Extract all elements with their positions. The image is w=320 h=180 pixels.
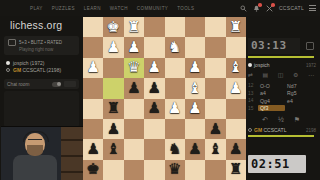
white-pawn: ♟ xyxy=(107,40,120,55)
notifications-bell-icon[interactable] xyxy=(253,4,261,12)
chat-messages-area[interactable] xyxy=(4,91,79,127)
opponent-time-bar xyxy=(248,56,314,58)
board-square[interactable] xyxy=(165,78,185,98)
board-square[interactable]: ♟ xyxy=(144,78,164,98)
white-pawn: ♟ xyxy=(168,101,181,116)
expand-icon[interactable] xyxy=(306,42,314,50)
board-square[interactable] xyxy=(144,139,164,159)
board-square[interactable]: ♟ xyxy=(144,58,164,78)
current-move[interactable]: Qf3 xyxy=(258,105,285,111)
black-queen: ♛ xyxy=(168,162,181,177)
board-square[interactable]: ♝ xyxy=(185,78,205,98)
nav-item-community[interactable]: COMMUNITY xyxy=(137,6,168,11)
game-clock-icon xyxy=(8,39,16,46)
white-pawn: ♟ xyxy=(188,60,201,75)
left-panel: lichess.org 5+3 • BLITZ • RATED Playing … xyxy=(0,16,83,180)
board-square[interactable]: ♜ xyxy=(226,160,246,180)
board-square[interactable]: ♟ xyxy=(185,99,205,119)
board-square[interactable]: ♟ xyxy=(83,139,103,159)
player-list: jospich (1972) GM CCSCATL (2198) xyxy=(6,59,79,73)
opponent-name: jospich xyxy=(254,62,270,68)
board-square[interactable] xyxy=(165,17,185,37)
resign-flag-icon[interactable]: ⚑ xyxy=(294,116,300,123)
black-move[interactable]: Rg5 xyxy=(285,90,312,96)
board-square[interactable]: ♝ xyxy=(103,139,123,159)
move-row: 15 Qf3 xyxy=(248,105,316,113)
board-square[interactable] xyxy=(83,99,103,119)
game-meta-box: 5+3 • BLITZ • RATED Playing right now xyxy=(4,36,79,55)
board-square[interactable] xyxy=(165,58,185,78)
board-square[interactable]: ♜ xyxy=(103,99,123,119)
board-square[interactable] xyxy=(83,37,103,57)
black-player-row[interactable]: GM CCSCATL (2198) xyxy=(6,66,79,73)
white-color-icon xyxy=(6,61,10,65)
black-pawn: ♟ xyxy=(127,81,140,96)
offer-draw-icon[interactable]: ½ xyxy=(278,116,284,123)
board-square[interactable] xyxy=(124,119,144,139)
white-move[interactable]: a4 xyxy=(258,90,285,96)
board-square[interactable] xyxy=(124,99,144,119)
white-pawn: ♟ xyxy=(188,101,201,116)
board-square[interactable] xyxy=(205,17,225,37)
board-square[interactable] xyxy=(205,78,225,98)
white-rook: ♜ xyxy=(127,20,140,35)
board-square[interactable]: ♟ xyxy=(185,58,205,78)
flip-board-icon[interactable]: ⇄ xyxy=(248,72,253,78)
player-time-bar xyxy=(248,135,314,137)
move-number: 13 xyxy=(248,91,258,96)
white-player-label: jospich (1972) xyxy=(13,60,44,66)
board-square[interactable] xyxy=(185,17,205,37)
white-rook: ♜ xyxy=(229,20,242,35)
black-bishop: ♝ xyxy=(107,142,120,157)
move-number: 14 xyxy=(248,98,258,103)
black-rook: ♜ xyxy=(229,162,242,177)
black-pawn: ♟ xyxy=(209,122,222,137)
white-move[interactable]: Qg4 xyxy=(258,98,285,104)
black-move[interactable]: Nd7 xyxy=(285,83,312,89)
board-square[interactable]: ♟ xyxy=(103,37,123,57)
board-square[interactable]: ♟ xyxy=(124,37,144,57)
black-king: ♚ xyxy=(86,162,99,177)
board-square[interactable]: ♟ xyxy=(226,78,246,98)
board-square[interactable]: ♟ xyxy=(185,139,205,159)
board-square[interactable]: ♟ xyxy=(103,119,123,139)
white-knight: ♞ xyxy=(168,40,181,55)
board-square[interactable] xyxy=(185,37,205,57)
board-square[interactable] xyxy=(144,17,164,37)
player-clock-active: 02:51 xyxy=(248,155,306,173)
move-list: 12 O-O Nd7 13 a4 Rg5 14 Qg4 e4 15 Qf3 xyxy=(248,82,316,112)
white-pawn: ♟ xyxy=(86,60,99,75)
black-player-label: GM CCSCATL (2198) xyxy=(13,67,61,73)
board-square[interactable] xyxy=(83,119,103,139)
chat-toggle[interactable] xyxy=(52,82,61,87)
board-square[interactable]: ♞ xyxy=(165,37,185,57)
board-square[interactable] xyxy=(205,160,225,180)
gm-title: GM xyxy=(254,127,262,133)
board-square[interactable] xyxy=(205,99,225,119)
takeback-icon[interactable]: ↶ xyxy=(262,116,268,123)
black-pawn: ♟ xyxy=(107,122,120,137)
black-move[interactable]: e4 xyxy=(285,98,312,104)
board-square[interactable] xyxy=(83,78,103,98)
white-move[interactable]: O-O xyxy=(258,83,285,89)
white-pawn: ♟ xyxy=(148,60,161,75)
game-status-label: Playing right now xyxy=(19,47,75,52)
board-square[interactable]: ♝ xyxy=(205,139,225,159)
board-square[interactable]: ♛ xyxy=(124,58,144,78)
black-pawn: ♟ xyxy=(148,81,161,96)
board-square[interactable] xyxy=(205,58,225,78)
opponent-clock: 03:13 xyxy=(248,38,300,54)
board-square[interactable] xyxy=(144,160,164,180)
board-square[interactable] xyxy=(103,78,123,98)
opponent-name-row[interactable]: jospich 1972 xyxy=(248,61,316,69)
board-square[interactable] xyxy=(103,160,123,180)
board-square[interactable]: ♟ xyxy=(124,78,144,98)
board-square[interactable] xyxy=(185,160,205,180)
board-toolbar: ⇄ ▤ ◫ ⚙ ⋯ xyxy=(248,72,314,78)
chess-board[interactable]: ♚♜♜♟♟♞♟♛♟♟♝♟♟♝♟♜♟♟♟♟♟♟♝♞♟♝♟♚♛♜ xyxy=(83,17,246,180)
white-bishop: ♝ xyxy=(229,60,242,75)
more-options-icon[interactable]: ⋯ xyxy=(308,72,314,78)
chat-room-header: Chat room xyxy=(4,79,79,89)
lichess-logo[interactable]: lichess.org xyxy=(10,19,83,31)
webcam-person-beard xyxy=(27,145,43,156)
black-rook: ♜ xyxy=(107,101,120,116)
board-square[interactable]: ♟ xyxy=(205,119,225,139)
time-control-label: 5+3 • BLITZ • RATED xyxy=(19,40,62,45)
black-knight: ♞ xyxy=(168,142,181,157)
board-square[interactable] xyxy=(226,37,246,57)
black-pawn: ♟ xyxy=(188,142,201,157)
black-bishop: ♝ xyxy=(209,142,222,157)
black-color-icon xyxy=(6,68,10,72)
nav-menu: PLAY PUZZLES LEARN WATCH COMMUNITY TOOLS xyxy=(30,6,194,11)
notification-badge xyxy=(258,3,262,7)
webcam-overlay xyxy=(1,126,83,180)
game-side-panel: 03:13 jospich 1972 ⇄ ▤ ◫ ⚙ ⋯ 12 O-O Nd7 … xyxy=(246,16,320,180)
board-square[interactable] xyxy=(83,17,103,37)
nav-item-watch[interactable]: WATCH xyxy=(110,6,128,11)
board-square[interactable]: ♝ xyxy=(226,58,246,78)
player-name: CCSCATL xyxy=(263,127,286,133)
player-name-row[interactable]: GM CCSCATL 2198 xyxy=(248,126,316,134)
board-square[interactable] xyxy=(226,99,246,119)
board-square[interactable]: ♟ xyxy=(83,58,103,78)
analysis-chart-icon[interactable]: ◫ xyxy=(278,72,284,78)
challenge-badge xyxy=(271,3,275,7)
logged-in-username[interactable]: CCSCATL xyxy=(279,5,304,11)
hamburger-menu-icon[interactable] xyxy=(309,5,316,11)
nav-item-tools[interactable]: TOOLS xyxy=(177,6,194,11)
white-player-row[interactable]: jospich (1972) xyxy=(6,59,79,66)
nav-item-learn[interactable]: LEARN xyxy=(84,6,101,11)
board-square[interactable] xyxy=(165,119,185,139)
opening-book-icon[interactable]: ▤ xyxy=(263,72,269,78)
white-pawn: ♟ xyxy=(229,81,242,96)
black-color-icon xyxy=(248,128,252,132)
move-row: 14 Qg4 e4 xyxy=(248,97,316,105)
top-nav: PLAY PUZZLES LEARN WATCH COMMUNITY TOOLS… xyxy=(0,0,320,16)
board-square[interactable]: ♜ xyxy=(124,17,144,37)
move-row: 12 O-O Nd7 xyxy=(248,82,316,90)
player-rating: 2198 xyxy=(306,128,316,133)
board-square[interactable] xyxy=(103,58,123,78)
white-queen: ♛ xyxy=(127,60,140,75)
move-number: 15 xyxy=(248,106,258,111)
black-pawn: ♟ xyxy=(148,101,161,116)
chat-notes-tab[interactable] xyxy=(64,81,76,87)
board-square[interactable] xyxy=(144,119,164,139)
chat-room-label: Chat room xyxy=(7,82,29,87)
nav-item-puzzles[interactable]: PUZZLES xyxy=(52,6,75,11)
board-square[interactable] xyxy=(124,160,144,180)
white-king: ♚ xyxy=(107,20,120,35)
board-square[interactable]: ♛ xyxy=(165,160,185,180)
webcam-bookshelf xyxy=(61,127,83,180)
board-square[interactable]: ♜ xyxy=(226,17,246,37)
opponent-rating: 1972 xyxy=(306,63,316,68)
board-square[interactable]: ♟ xyxy=(144,99,164,119)
webcam-person-body xyxy=(13,155,57,180)
webcam-person-glasses xyxy=(28,139,42,143)
board-square[interactable] xyxy=(185,119,205,139)
board-square[interactable]: ♞ xyxy=(165,139,185,159)
board-square[interactable] xyxy=(226,119,246,139)
move-row: 13 a4 Rg5 xyxy=(248,90,316,98)
board-square[interactable]: ♟ xyxy=(165,99,185,119)
board-square[interactable] xyxy=(144,37,164,57)
white-color-icon xyxy=(248,63,252,67)
black-pawn: ♟ xyxy=(229,142,242,157)
board-square[interactable] xyxy=(124,139,144,159)
challenges-swords-icon[interactable] xyxy=(266,4,274,12)
search-icon[interactable] xyxy=(240,4,248,12)
board-square[interactable]: ♚ xyxy=(103,17,123,37)
gear-icon[interactable]: ⚙ xyxy=(293,72,298,78)
nav-item-play[interactable]: PLAY xyxy=(30,6,43,11)
game-actions: ↶ ½ ⚑ xyxy=(248,116,314,123)
white-pawn: ♟ xyxy=(127,40,140,55)
move-number: 12 xyxy=(248,83,258,88)
black-pawn: ♟ xyxy=(86,142,99,157)
white-bishop: ♝ xyxy=(188,81,201,96)
board-square[interactable] xyxy=(205,37,225,57)
gm-title: GM xyxy=(13,67,21,73)
board-square[interactable]: ♟ xyxy=(226,139,246,159)
board-square[interactable]: ♚ xyxy=(83,160,103,180)
